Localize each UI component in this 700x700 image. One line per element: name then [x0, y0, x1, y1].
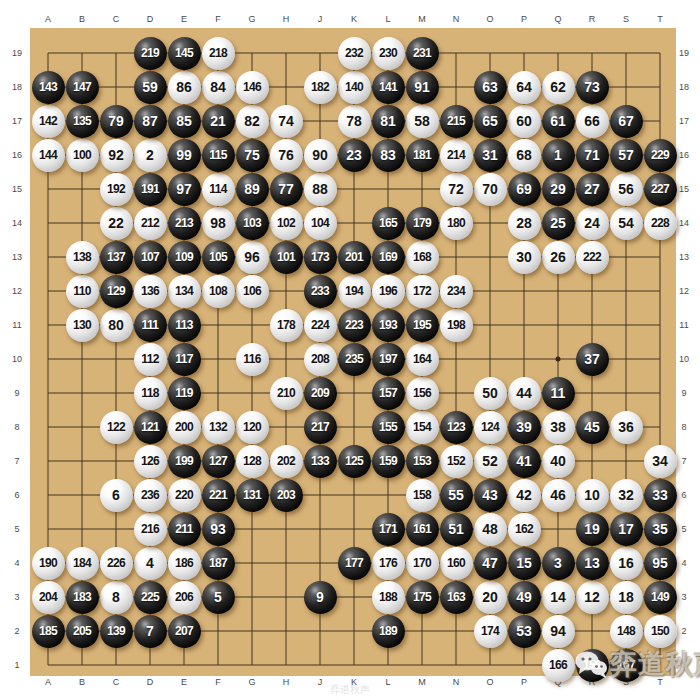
move-number: 206: [175, 591, 193, 603]
stone-white[interactable]: 76: [270, 139, 303, 172]
move-number: 152: [447, 455, 465, 467]
move-number: 71: [584, 148, 600, 162]
stone-white[interactable]: 186: [168, 547, 201, 580]
stone-black[interactable]: 21: [202, 105, 235, 138]
stone-white[interactable]: 190: [32, 547, 65, 580]
stone-black[interactable]: 89: [236, 173, 269, 206]
row-label-left: 8: [14, 422, 19, 432]
move-number: 54: [618, 216, 634, 230]
stone-white[interactable]: 152: [440, 445, 473, 478]
stone-black[interactable]: 225: [134, 581, 167, 614]
stone-white[interactable]: 86: [168, 71, 201, 104]
move-number: 120: [243, 421, 261, 433]
stone-black[interactable]: 227: [644, 173, 677, 206]
stone-white[interactable]: 170: [406, 547, 439, 580]
stone-black[interactable]: 181: [406, 139, 439, 172]
stone-white[interactable]: 198: [440, 309, 473, 342]
stone-white[interactable]: 192: [100, 173, 133, 206]
stone-white[interactable]: 80: [100, 309, 133, 342]
move-number: 128: [243, 455, 261, 467]
stone-black[interactable]: 27: [576, 173, 609, 206]
stone-white[interactable]: 156: [406, 377, 439, 410]
stone-black[interactable]: 7: [134, 615, 167, 648]
move-number: 108: [209, 285, 227, 297]
stone-white[interactable]: 92: [100, 139, 133, 172]
move-number: 217: [311, 421, 329, 433]
stone-black[interactable]: 73: [576, 71, 609, 104]
move-number: 178: [277, 319, 295, 331]
col-label-bottom: T: [657, 677, 663, 687]
stone-black[interactable]: 115: [202, 139, 235, 172]
stone-white[interactable]: 30: [508, 241, 541, 274]
row-label-right: 8: [681, 422, 686, 432]
stone-white[interactable]: 162: [508, 513, 541, 546]
stone-black[interactable]: 153: [406, 445, 439, 478]
move-number: 5: [214, 590, 222, 604]
stone-white[interactable]: 200: [168, 411, 201, 444]
stone-black[interactable]: 99: [168, 139, 201, 172]
stone-black[interactable]: 143: [32, 71, 65, 104]
stone-white[interactable]: 138: [66, 241, 99, 274]
stone-white[interactable]: 10: [576, 479, 609, 512]
stone-black[interactable]: 101: [270, 241, 303, 274]
stone-white[interactable]: 62: [542, 71, 575, 104]
stone-black[interactable]: 165: [372, 207, 405, 240]
stone-white[interactable]: 24: [576, 207, 609, 240]
stone-black[interactable]: 31: [474, 139, 507, 172]
stone-white[interactable]: 68: [508, 139, 541, 172]
stone-black[interactable]: 1: [542, 139, 575, 172]
move-number: 130: [73, 319, 91, 331]
move-number: 183: [73, 591, 91, 603]
stone-white[interactable]: 144: [32, 139, 65, 172]
stone-black[interactable]: 13: [576, 547, 609, 580]
stone-black[interactable]: 183: [66, 581, 99, 614]
stone-black[interactable]: 137: [100, 241, 133, 274]
stone-black[interactable]: 105: [202, 241, 235, 274]
stone-white[interactable]: 106: [236, 275, 269, 308]
stone-black[interactable]: 55: [440, 479, 473, 512]
stone-black[interactable]: 231: [406, 37, 439, 70]
col-label-bottom: F: [215, 677, 221, 687]
stone-white[interactable]: 46: [542, 479, 575, 512]
stone-black[interactable]: 125: [338, 445, 371, 478]
stone-black[interactable]: 77: [270, 173, 303, 206]
stone-white[interactable]: 96: [236, 241, 269, 274]
move-number: 209: [311, 387, 329, 399]
stone-white[interactable]: 112: [134, 343, 167, 376]
stone-black[interactable]: 223: [338, 309, 371, 342]
stone-black[interactable]: 123: [440, 411, 473, 444]
move-number: 134: [175, 285, 193, 297]
stone-black[interactable]: 229: [644, 139, 677, 172]
stone-black[interactable]: 63: [474, 71, 507, 104]
stone-white[interactable]: 114: [202, 173, 235, 206]
stone-white[interactable]: 184: [66, 547, 99, 580]
stone-black[interactable]: 65: [474, 105, 507, 138]
stone-white[interactable]: 14: [542, 581, 575, 614]
stone-black[interactable]: 81: [372, 105, 405, 138]
stone-black[interactable]: 43: [474, 479, 507, 512]
stone-black[interactable]: 37: [576, 343, 609, 376]
stone-black[interactable]: 61: [542, 105, 575, 138]
stone-white[interactable]: 232: [338, 37, 371, 70]
stone-white[interactable]: 146: [236, 71, 269, 104]
stone-white[interactable]: 72: [440, 173, 473, 206]
stone-black[interactable]: 161: [406, 513, 439, 546]
move-number: 57: [618, 148, 634, 162]
move-number: 159: [379, 455, 397, 467]
stone-white[interactable]: 48: [474, 513, 507, 546]
stone-white[interactable]: 26: [542, 241, 575, 274]
stone-white[interactable]: 174: [474, 615, 507, 648]
stone-black[interactable]: 17: [610, 513, 643, 546]
stone-white[interactable]: 58: [406, 105, 439, 138]
stone-white[interactable]: 220: [168, 479, 201, 512]
stone-black[interactable]: 151: [576, 649, 609, 682]
stone-black[interactable]: 103: [236, 207, 269, 240]
move-number: 93: [210, 522, 226, 536]
stone-black[interactable]: 127: [202, 445, 235, 478]
move-number: 114: [209, 183, 227, 195]
stone-black[interactable]: 167: [610, 649, 643, 682]
stone-white[interactable]: 64: [508, 71, 541, 104]
move-number: 20: [482, 590, 498, 604]
col-label-bottom: P: [521, 677, 527, 687]
stone-black[interactable]: 207: [168, 615, 201, 648]
move-number: 126: [141, 455, 159, 467]
stone-white[interactable]: 22: [100, 207, 133, 240]
stone-white[interactable]: 202: [270, 445, 303, 478]
stone-black[interactable]: 23: [338, 139, 371, 172]
stone-black[interactable]: 211: [168, 513, 201, 546]
stone-black[interactable]: 215: [440, 105, 473, 138]
row-label-left: 11: [12, 320, 21, 330]
stone-white[interactable]: 124: [474, 411, 507, 444]
stone-black[interactable]: 79: [100, 105, 133, 138]
move-number: 111: [142, 319, 159, 331]
stone-white[interactable]: 32: [610, 479, 643, 512]
stone-black[interactable]: 209: [304, 377, 337, 410]
stone-black[interactable]: 41: [508, 445, 541, 478]
col-label-top: H: [283, 14, 290, 24]
col-label-bottom: H: [283, 677, 290, 687]
stone-white[interactable]: 40: [542, 445, 575, 478]
move-number: 195: [413, 319, 431, 331]
stone-black[interactable]: 147: [66, 71, 99, 104]
col-label-top: K: [351, 14, 357, 24]
stone-black[interactable]: 133: [304, 445, 337, 478]
stone-white[interactable]: 42: [508, 479, 541, 512]
stone-black[interactable]: 93: [202, 513, 235, 546]
row-label-right: 12: [679, 286, 689, 296]
stone-black[interactable]: 129: [100, 275, 133, 308]
move-number: 52: [482, 454, 498, 468]
stone-white[interactable]: 102: [270, 207, 303, 240]
stone-white[interactable]: 44: [508, 377, 541, 410]
stone-black[interactable]: 33: [644, 479, 677, 512]
stone-white[interactable]: 130: [66, 309, 99, 342]
stone-white[interactable]: 2: [134, 139, 167, 172]
stone-white[interactable]: 122: [100, 411, 133, 444]
stone-white[interactable]: 204: [32, 581, 65, 614]
move-number: 9: [316, 590, 324, 604]
stone-black[interactable]: 213: [168, 207, 201, 240]
stone-black[interactable]: 205: [66, 615, 99, 648]
stone-white[interactable]: 4: [134, 547, 167, 580]
stone-white[interactable]: 88: [304, 173, 337, 206]
move-number: 103: [243, 217, 261, 229]
stone-white[interactable]: 54: [610, 207, 643, 240]
stone-black[interactable]: 71: [576, 139, 609, 172]
stone-white[interactable]: 188: [372, 581, 405, 614]
move-number: 226: [107, 557, 125, 569]
move-number: 136: [141, 285, 159, 297]
stone-white[interactable]: 82: [236, 105, 269, 138]
stone-white[interactable]: 148: [610, 615, 643, 648]
stone-white[interactable]: 6: [100, 479, 133, 512]
stone-black[interactable]: 135: [66, 105, 99, 138]
stone-white[interactable]: 104: [304, 207, 337, 240]
stone-black[interactable]: 173: [304, 241, 337, 274]
stone-black[interactable]: 45: [576, 411, 609, 444]
stone-black[interactable]: 177: [338, 547, 371, 580]
move-number: 27: [584, 182, 600, 196]
stone-black[interactable]: 9: [304, 581, 337, 614]
stone-black[interactable]: 47: [474, 547, 507, 580]
stone-white[interactable]: 176: [372, 547, 405, 580]
stone-black[interactable]: 185: [32, 615, 65, 648]
stone-black[interactable]: 97: [168, 173, 201, 206]
stone-black[interactable]: 109: [168, 241, 201, 274]
stone-black[interactable]: 179: [406, 207, 439, 240]
row-label-left: 13: [12, 252, 22, 262]
stone-white[interactable]: 230: [372, 37, 405, 70]
stone-white[interactable]: 28: [508, 207, 541, 240]
stone-white[interactable]: 158: [406, 479, 439, 512]
stone-white[interactable]: 94: [542, 615, 575, 648]
stone-white[interactable]: 212: [134, 207, 167, 240]
stone-white[interactable]: 52: [474, 445, 507, 478]
stone-white[interactable]: 236: [134, 479, 167, 512]
stone-black[interactable]: 187: [202, 547, 235, 580]
stone-black[interactable]: 69: [508, 173, 541, 206]
move-number: 148: [617, 625, 635, 637]
row-label-right: 15: [679, 184, 689, 194]
stone-white[interactable]: 118: [134, 377, 167, 410]
stone-black[interactable]: 95: [644, 547, 677, 580]
stone-white[interactable]: 214: [440, 139, 473, 172]
stone-white[interactable]: 110: [66, 275, 99, 308]
stone-white[interactable]: 18: [610, 581, 643, 614]
stone-white[interactable]: 196: [372, 275, 405, 308]
stone-black[interactable]: 219: [134, 37, 167, 70]
stone-white[interactable]: 150: [644, 615, 677, 648]
stone-white[interactable]: 100: [66, 139, 99, 172]
stone-white[interactable]: 210: [270, 377, 303, 410]
stone-white[interactable]: 126: [134, 445, 167, 478]
move-number: 170: [413, 557, 431, 569]
stone-white[interactable]: 178: [270, 309, 303, 342]
move-number: 95: [652, 556, 668, 570]
stone-black[interactable]: 51: [440, 513, 473, 546]
stone-white[interactable]: 218: [202, 37, 235, 70]
stone-white[interactable]: 182: [304, 71, 337, 104]
stone-white[interactable]: 194: [338, 275, 371, 308]
stone-white[interactable]: 216: [134, 513, 167, 546]
stone-white[interactable]: 98: [202, 207, 235, 240]
stone-white[interactable]: 132: [202, 411, 235, 444]
stone-black[interactable]: 157: [372, 377, 405, 410]
stone-black[interactable]: 169: [372, 241, 405, 274]
move-number: 85: [176, 114, 192, 128]
stone-white[interactable]: 168: [406, 241, 439, 274]
stone-black[interactable]: 29: [542, 173, 575, 206]
stone-white[interactable]: 206: [168, 581, 201, 614]
stone-black[interactable]: 25: [542, 207, 575, 240]
stone-black[interactable]: 175: [406, 581, 439, 614]
stone-black[interactable]: 113: [168, 309, 201, 342]
stone-black[interactable]: 57: [610, 139, 643, 172]
row-label-right: 19: [679, 48, 689, 58]
move-number: 141: [379, 81, 397, 93]
stone-white[interactable]: 120: [236, 411, 269, 444]
stone-white[interactable]: 140: [338, 71, 371, 104]
stone-black[interactable]: 199: [168, 445, 201, 478]
stone-black[interactable]: 189: [372, 615, 405, 648]
col-label-bottom: N: [453, 677, 460, 687]
stone-white[interactable]: 234: [440, 275, 473, 308]
stone-white[interactable]: 78: [338, 105, 371, 138]
stone-black[interactable]: 85: [168, 105, 201, 138]
stone-white[interactable]: 70: [474, 173, 507, 206]
stone-white[interactable]: 226: [100, 547, 133, 580]
stone-black[interactable]: 3: [542, 547, 575, 580]
stone-white[interactable]: 34: [644, 445, 677, 478]
stone-black[interactable]: 201: [338, 241, 371, 274]
stone-white[interactable]: 12: [576, 581, 609, 614]
stone-black[interactable]: 35: [644, 513, 677, 546]
stone-black[interactable]: 171: [372, 513, 405, 546]
move-number: 186: [175, 557, 193, 569]
stone-black[interactable]: 75: [236, 139, 269, 172]
stone-black[interactable]: 19: [576, 513, 609, 546]
stone-white[interactable]: 60: [508, 105, 541, 138]
move-number: 79: [108, 114, 124, 128]
move-number: 179: [413, 217, 431, 229]
move-number: 168: [413, 251, 431, 263]
stone-black[interactable]: 159: [372, 445, 405, 478]
move-number: 211: [175, 523, 193, 535]
stone-black[interactable]: 5: [202, 581, 235, 614]
stone-black[interactable]: 163: [440, 581, 473, 614]
stone-black[interactable]: 139: [100, 615, 133, 648]
stone-white[interactable]: 180: [440, 207, 473, 240]
stone-black[interactable]: 145: [168, 37, 201, 70]
stone-white[interactable]: 50: [474, 377, 507, 410]
stone-white[interactable]: 224: [304, 309, 337, 342]
stone-white[interactable]: 56: [610, 173, 643, 206]
stone-black[interactable]: 83: [372, 139, 405, 172]
stone-black[interactable]: 15: [508, 547, 541, 580]
stone-black[interactable]: 87: [134, 105, 167, 138]
move-number: 16: [618, 556, 634, 570]
stone-white[interactable]: 74: [270, 105, 303, 138]
stone-black[interactable]: 117: [168, 343, 201, 376]
stone-black[interactable]: 107: [134, 241, 167, 274]
stone-white[interactable]: 116: [236, 343, 269, 376]
stone-black[interactable]: 131: [236, 479, 269, 512]
move-number: 4: [146, 556, 154, 570]
move-number: 167: [617, 659, 635, 671]
stone-white[interactable]: 164: [406, 343, 439, 376]
move-number: 191: [141, 183, 159, 195]
stone-white[interactable]: 66: [576, 105, 609, 138]
stone-white[interactable]: 134: [168, 275, 201, 308]
stone-black[interactable]: 11: [542, 377, 575, 410]
move-number: 39: [516, 420, 532, 434]
stone-black[interactable]: 111: [134, 309, 167, 342]
stone-white[interactable]: 128: [236, 445, 269, 478]
move-number: 32: [618, 488, 634, 502]
stone-white[interactable]: 38: [542, 411, 575, 444]
row-label-right: 3: [681, 592, 686, 602]
stone-white[interactable]: 8: [100, 581, 133, 614]
stone-white[interactable]: 36: [610, 411, 643, 444]
stone-black[interactable]: 233: [304, 275, 337, 308]
stone-black[interactable]: 197: [372, 343, 405, 376]
stone-white[interactable]: 160: [440, 547, 473, 580]
row-label-right: 11: [679, 320, 688, 330]
stone-black[interactable]: 49: [508, 581, 541, 614]
stone-black[interactable]: 67: [610, 105, 643, 138]
stone-black[interactable]: 119: [168, 377, 201, 410]
move-number: 117: [175, 353, 193, 365]
stone-black[interactable]: 221: [202, 479, 235, 512]
move-number: 40: [550, 454, 566, 468]
stone-black[interactable]: 91: [406, 71, 439, 104]
stone-white[interactable]: 228: [644, 207, 677, 240]
move-number: 80: [108, 318, 124, 332]
stone-white[interactable]: 108: [202, 275, 235, 308]
stone-black[interactable]: 193: [372, 309, 405, 342]
stone-black[interactable]: 59: [134, 71, 167, 104]
stone-black[interactable]: 121: [134, 411, 167, 444]
stone-white[interactable]: 222: [576, 241, 609, 274]
stone-black[interactable]: 141: [372, 71, 405, 104]
stone-white[interactable]: 16: [610, 547, 643, 580]
stone-white[interactable]: 84: [202, 71, 235, 104]
stone-black[interactable]: 217: [304, 411, 337, 444]
stone-black[interactable]: 155: [372, 411, 405, 444]
stone-white[interactable]: 154: [406, 411, 439, 444]
stone-black[interactable]: 203: [270, 479, 303, 512]
stone-white[interactable]: 136: [134, 275, 167, 308]
stone-white[interactable]: 166: [542, 649, 575, 682]
move-number: 213: [175, 217, 193, 229]
stone-black[interactable]: 235: [338, 343, 371, 376]
stone-white[interactable]: 20: [474, 581, 507, 614]
stone-white[interactable]: 172: [406, 275, 439, 308]
stone-black[interactable]: 39: [508, 411, 541, 444]
stone-black[interactable]: 53: [508, 615, 541, 648]
stone-white[interactable]: 208: [304, 343, 337, 376]
stone-black[interactable]: 149: [644, 581, 677, 614]
stone-black[interactable]: 195: [406, 309, 439, 342]
stone-black[interactable]: 191: [134, 173, 167, 206]
stone-white[interactable]: 90: [304, 139, 337, 172]
stone-white[interactable]: 142: [32, 105, 65, 138]
